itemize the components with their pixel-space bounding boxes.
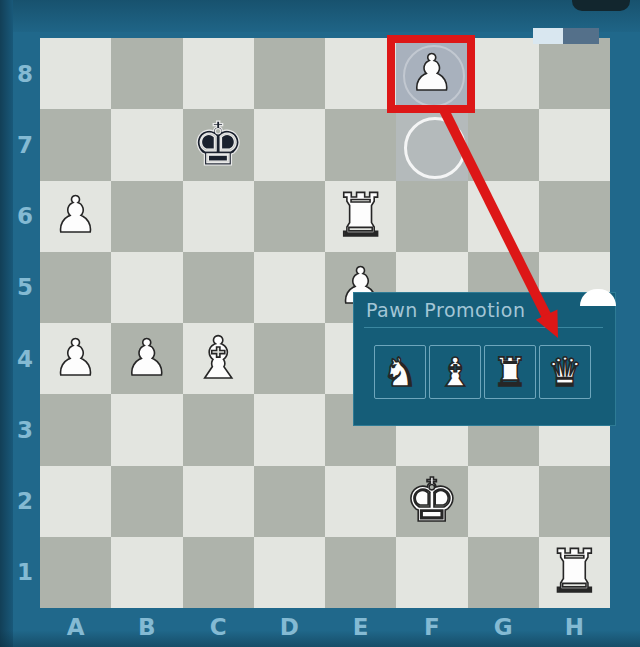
square-h6[interactable] <box>539 181 610 252</box>
square-a6[interactable]: ♟ <box>40 181 111 252</box>
red-highlight-box <box>387 35 475 113</box>
square-d1[interactable] <box>254 537 325 608</box>
rank-label-7: 7 <box>0 109 40 180</box>
file-label-e: E <box>325 610 396 644</box>
white-pawn: ♟ <box>53 190 98 240</box>
square-b2[interactable] <box>111 466 182 537</box>
file-label-h: H <box>539 610 610 644</box>
dialog-title: Pawn Promotion <box>366 299 526 321</box>
promote-to-rook-button[interactable]: ♜ <box>484 345 536 399</box>
square-c8[interactable] <box>183 38 254 109</box>
square-f1[interactable] <box>396 537 467 608</box>
square-b6[interactable] <box>111 181 182 252</box>
white-bishop-icon: ♝ <box>437 352 473 392</box>
rank-label-4: 4 <box>0 323 40 394</box>
white-pawn: ♟ <box>53 333 98 383</box>
square-b5[interactable] <box>111 252 182 323</box>
file-label-g: G <box>468 610 539 644</box>
square-a5[interactable] <box>40 252 111 323</box>
pawn-promotion-dialog: Pawn Promotion ♞♝♜♛ <box>353 292 616 426</box>
rank-labels: 87654321 <box>0 38 40 608</box>
white-queen-icon: ♛ <box>547 352 583 392</box>
square-h1[interactable]: ♜ <box>539 537 610 608</box>
promote-to-bishop-button[interactable]: ♝ <box>429 345 481 399</box>
dialog-separator <box>364 327 603 328</box>
rank-label-2: 2 <box>0 466 40 537</box>
white-knight-icon: ♞ <box>382 352 418 392</box>
square-a1[interactable] <box>40 537 111 608</box>
square-h2[interactable] <box>539 466 610 537</box>
square-c7[interactable]: ♚ <box>183 109 254 180</box>
rank-label-1: 1 <box>0 537 40 608</box>
square-a8[interactable] <box>40 38 111 109</box>
origin-ring-f7 <box>404 117 466 179</box>
square-b3[interactable] <box>111 394 182 465</box>
video-artifact-gray <box>563 28 599 44</box>
square-h8[interactable] <box>539 38 610 109</box>
square-e6[interactable]: ♜ <box>325 181 396 252</box>
square-g6[interactable] <box>468 181 539 252</box>
video-artifact-dark <box>572 0 630 11</box>
white-rook: ♜ <box>334 185 388 245</box>
square-c1[interactable] <box>183 537 254 608</box>
square-c6[interactable] <box>183 181 254 252</box>
square-h7[interactable] <box>539 109 610 180</box>
white-bishop: ♝ <box>192 329 244 387</box>
file-label-d: D <box>254 610 325 644</box>
square-b4[interactable]: ♟ <box>111 323 182 394</box>
square-a3[interactable] <box>40 394 111 465</box>
white-rook: ♜ <box>547 541 601 601</box>
square-e2[interactable] <box>325 466 396 537</box>
square-d8[interactable] <box>254 38 325 109</box>
square-c3[interactable] <box>183 394 254 465</box>
square-e7[interactable] <box>325 109 396 180</box>
square-d6[interactable] <box>254 181 325 252</box>
file-label-a: A <box>40 610 111 644</box>
square-b7[interactable] <box>111 109 182 180</box>
black-king: ♚ <box>191 114 245 174</box>
promote-to-queen-button[interactable]: ♛ <box>539 345 591 399</box>
rank-label-3: 3 <box>0 394 40 465</box>
white-king: ♚ <box>405 470 459 530</box>
square-c2[interactable] <box>183 466 254 537</box>
file-label-f: F <box>396 610 467 644</box>
square-g1[interactable] <box>468 537 539 608</box>
square-f2[interactable]: ♚ <box>396 466 467 537</box>
square-d5[interactable] <box>254 252 325 323</box>
rank-label-8: 8 <box>0 38 40 109</box>
white-rook-icon: ♜ <box>492 352 528 392</box>
square-e1[interactable] <box>325 537 396 608</box>
promotion-options-row: ♞♝♜♛ <box>374 345 591 399</box>
square-a4[interactable]: ♟ <box>40 323 111 394</box>
square-d7[interactable] <box>254 109 325 180</box>
video-artifact-light <box>533 28 563 44</box>
square-e8[interactable] <box>325 38 396 109</box>
square-g2[interactable] <box>468 466 539 537</box>
rank-label-5: 5 <box>0 252 40 323</box>
file-labels: ABCDEFGH <box>40 610 610 644</box>
rank-label-6: 6 <box>0 181 40 252</box>
square-g8[interactable] <box>468 38 539 109</box>
square-a7[interactable] <box>40 109 111 180</box>
square-c5[interactable] <box>183 252 254 323</box>
square-d2[interactable] <box>254 466 325 537</box>
square-b1[interactable] <box>111 537 182 608</box>
square-a2[interactable] <box>40 466 111 537</box>
file-label-c: C <box>183 610 254 644</box>
square-c4[interactable]: ♝ <box>183 323 254 394</box>
white-pawn: ♟ <box>124 333 169 383</box>
square-d3[interactable] <box>254 394 325 465</box>
square-b8[interactable] <box>111 38 182 109</box>
square-f6[interactable] <box>396 181 467 252</box>
square-g7[interactable] <box>468 109 539 180</box>
square-d4[interactable] <box>254 323 325 394</box>
file-label-b: B <box>111 610 182 644</box>
promote-to-knight-button[interactable]: ♞ <box>374 345 426 399</box>
